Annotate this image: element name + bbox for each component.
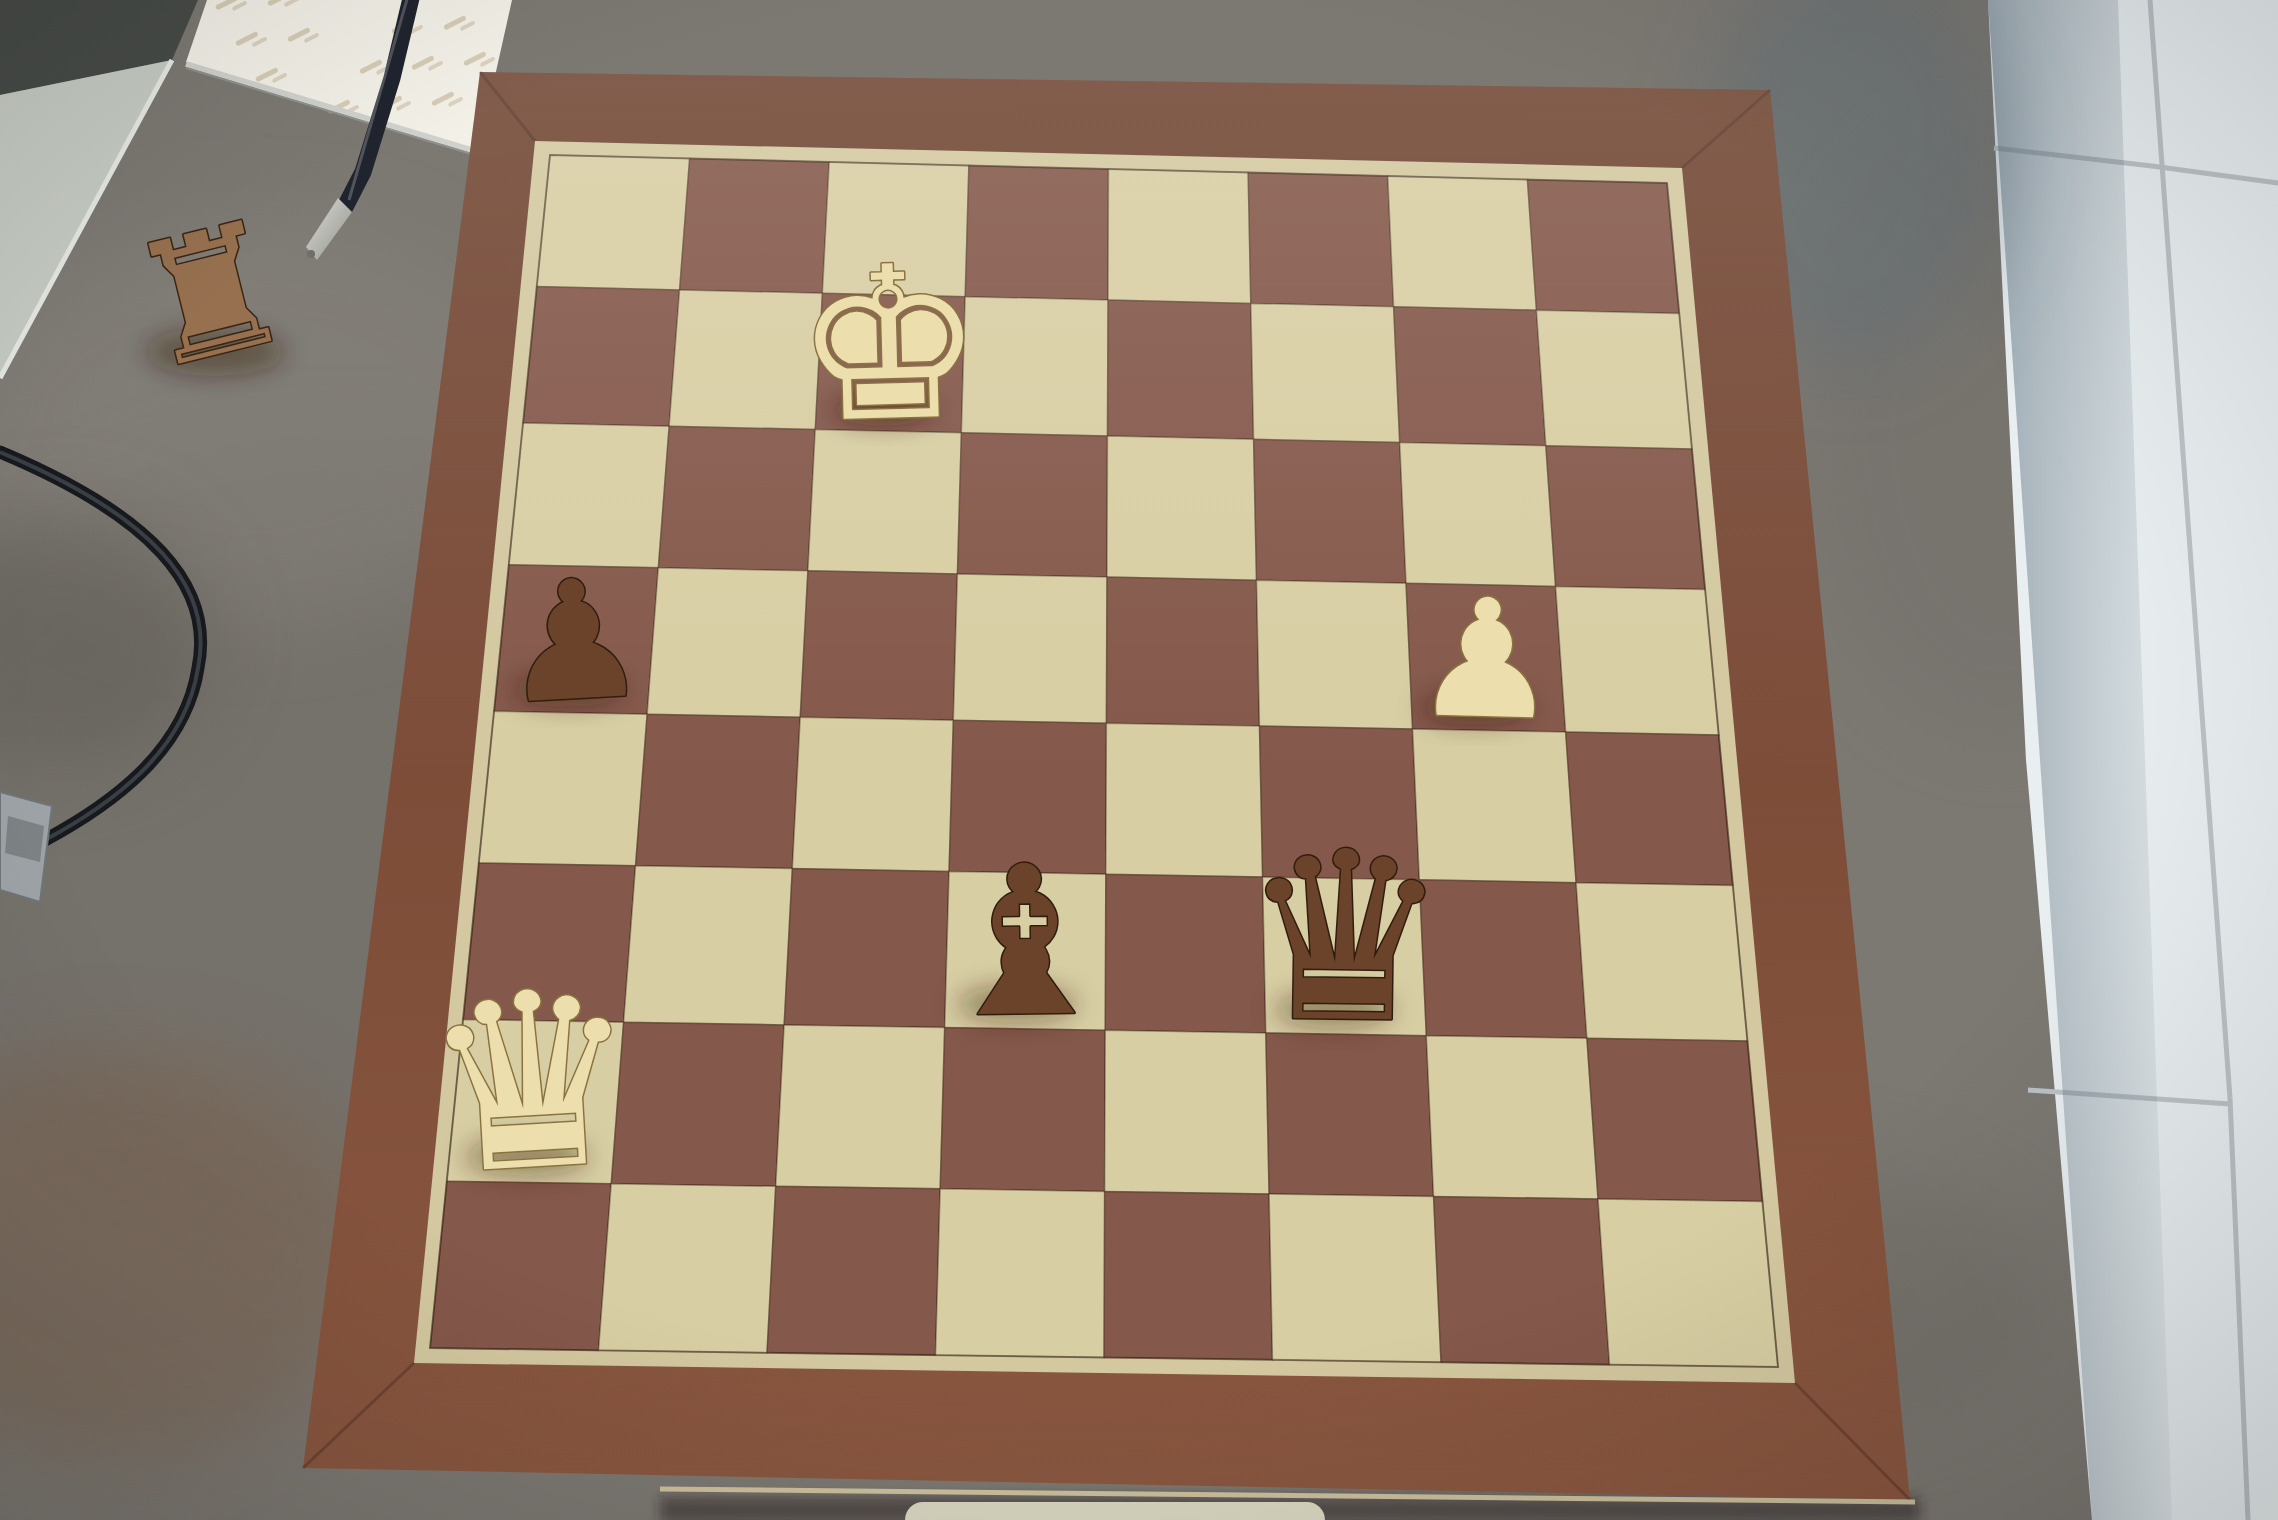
- vignette: [0, 0, 2278, 1520]
- photo-scene: ♜♚♟♟♝♛♛: [0, 0, 2278, 1520]
- scene-svg: ♜♚♟♟♝♛♛: [0, 0, 2278, 1520]
